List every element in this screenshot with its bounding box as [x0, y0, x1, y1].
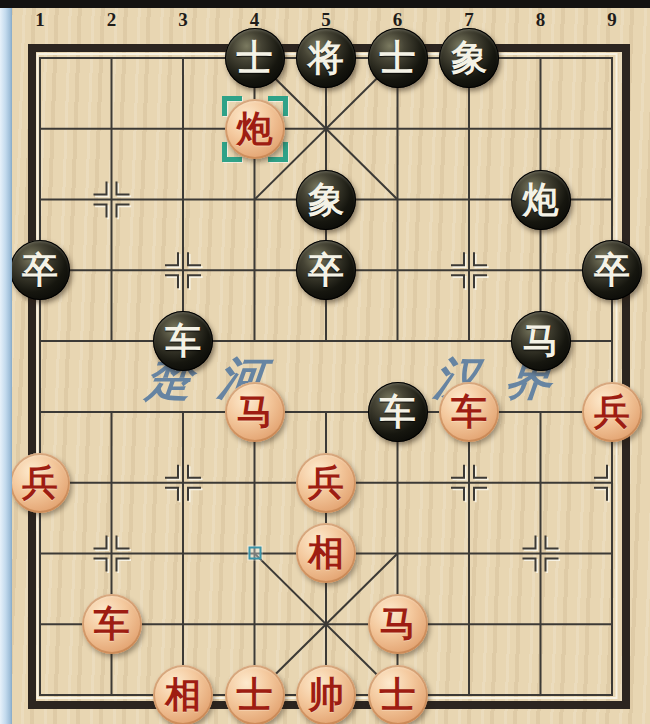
piece-character: 士: [380, 40, 416, 76]
left-border-strip: [0, 8, 12, 724]
piece-red-advisor[interactable]: 士: [368, 665, 428, 724]
column-label-2: 2: [107, 9, 117, 31]
column-label-1: 1: [35, 9, 45, 31]
piece-black-soldier[interactable]: 卒: [296, 240, 356, 300]
piece-black-horse[interactable]: 马: [511, 311, 571, 371]
piece-character: 帅: [308, 677, 344, 713]
piece-red-chariot[interactable]: 车: [439, 382, 499, 442]
piece-character: 车: [165, 323, 201, 359]
piece-character: 兵: [594, 394, 630, 430]
piece-character: 马: [237, 394, 273, 430]
piece-character: 炮: [523, 182, 559, 218]
piece-red-elephant[interactable]: 相: [153, 665, 213, 724]
piece-black-advisor[interactable]: 士: [225, 28, 285, 88]
piece-character: 士: [237, 40, 273, 76]
piece-black-chariot[interactable]: 车: [368, 382, 428, 442]
piece-character: 象: [308, 182, 344, 218]
piece-black-cannon[interactable]: 炮: [511, 170, 571, 230]
piece-red-soldier[interactable]: 兵: [582, 382, 642, 442]
piece-red-horse[interactable]: 马: [225, 382, 285, 442]
column-label-9: 9: [607, 9, 617, 31]
piece-red-advisor[interactable]: 士: [225, 665, 285, 724]
piece-character: 卒: [308, 252, 344, 288]
piece-black-elephant[interactable]: 象: [296, 170, 356, 230]
move-origin-marker: [248, 547, 261, 560]
piece-character: 兵: [308, 465, 344, 501]
piece-red-general[interactable]: 帅: [296, 665, 356, 724]
piece-black-general[interactable]: 将: [296, 28, 356, 88]
piece-character: 相: [308, 535, 344, 571]
piece-black-soldier[interactable]: 卒: [582, 240, 642, 300]
piece-character: 马: [380, 606, 416, 642]
piece-red-chariot[interactable]: 车: [82, 594, 142, 654]
piece-character: 兵: [22, 465, 58, 501]
piece-character: 卒: [22, 252, 58, 288]
column-label-8: 8: [536, 9, 546, 31]
piece-character: 士: [237, 677, 273, 713]
piece-black-advisor[interactable]: 士: [368, 28, 428, 88]
piece-red-elephant[interactable]: 相: [296, 523, 356, 583]
xiangqi-board[interactable]: 123456789 楚河 汉界 士将士象炮象炮卒卒卒车马马车车兵兵兵相车马相士帅…: [0, 0, 650, 724]
piece-red-soldier[interactable]: 兵: [296, 453, 356, 513]
piece-character: 卒: [594, 252, 630, 288]
piece-character: 马: [523, 323, 559, 359]
piece-character: 车: [94, 606, 130, 642]
column-label-3: 3: [178, 9, 188, 31]
piece-red-cannon[interactable]: 炮: [225, 99, 285, 159]
piece-black-chariot[interactable]: 车: [153, 311, 213, 371]
piece-character: 炮: [237, 111, 273, 147]
piece-black-elephant[interactable]: 象: [439, 28, 499, 88]
piece-character: 将: [308, 40, 344, 76]
piece-character: 士: [380, 677, 416, 713]
piece-character: 车: [380, 394, 416, 430]
top-border-strip: [0, 0, 650, 8]
piece-character: 相: [165, 677, 201, 713]
piece-red-soldier[interactable]: 兵: [10, 453, 70, 513]
piece-character: 车: [451, 394, 487, 430]
piece-red-horse[interactable]: 马: [368, 594, 428, 654]
piece-black-soldier[interactable]: 卒: [10, 240, 70, 300]
piece-character: 象: [451, 40, 487, 76]
